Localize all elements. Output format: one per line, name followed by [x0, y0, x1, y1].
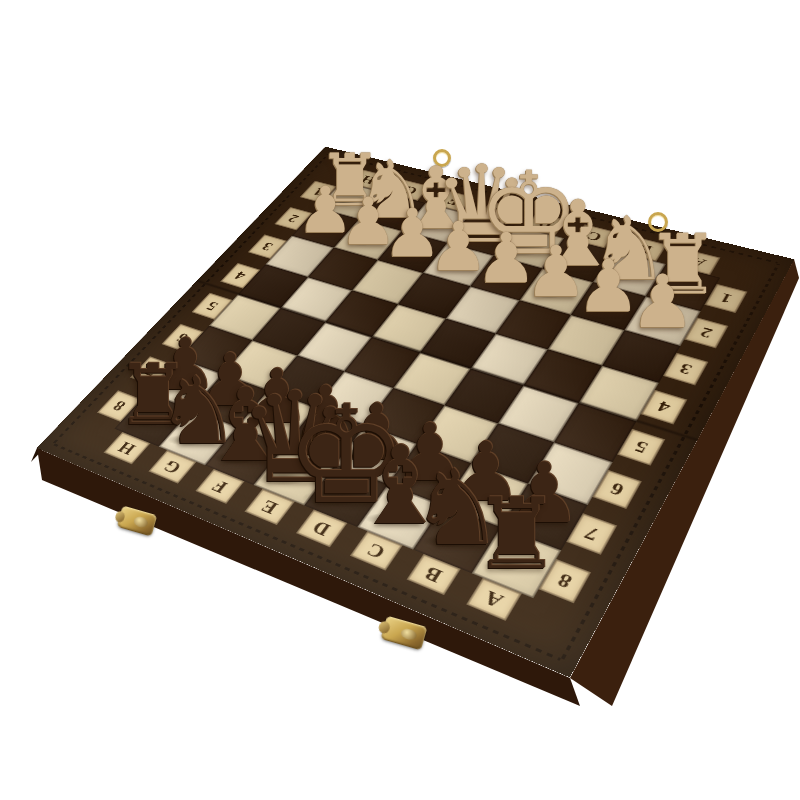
brass-clasp-right [381, 616, 428, 651]
product-photo-stage: HHGGFFEEDDCCBBAA1122334455667788 ♜♞♝♟♛♟♚… [0, 0, 800, 800]
piece-white-pawn-a2[interactable]: ♟ [630, 264, 696, 337]
piece-black-rook-a8[interactable]: ♜ [472, 485, 561, 584]
brass-clasp-left [117, 505, 158, 536]
